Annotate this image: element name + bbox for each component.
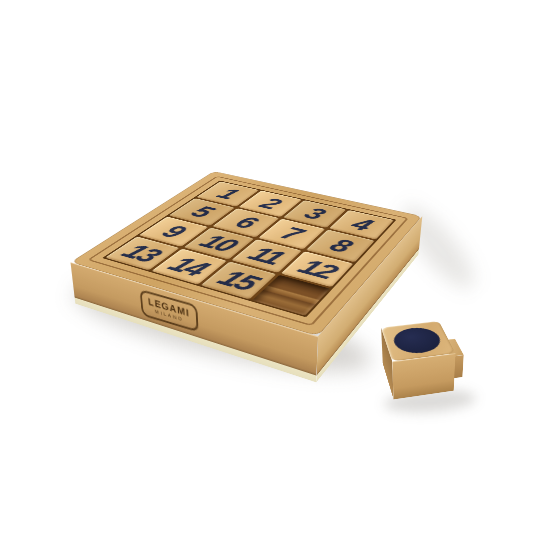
tile-number: 15	[213, 267, 265, 294]
tile-number: 10	[195, 232, 243, 255]
product-photo-stage: 123456789101112131415 LEGAMI MILANO	[0, 0, 533, 533]
tile-number: 7	[276, 224, 307, 242]
tile-number: 11	[244, 244, 290, 268]
puzzle-tile-11[interactable]: 11	[231, 239, 303, 273]
tile-number: 13	[117, 241, 168, 265]
puzzle-tile-12[interactable]: 12	[281, 251, 354, 287]
puzzle-tile-13[interactable]: 13	[105, 237, 179, 271]
tile-number: 1	[213, 186, 243, 201]
tile-number: 4	[347, 216, 376, 234]
navy-circle-mark	[390, 326, 445, 356]
puzzle-tile-15[interactable]: 15	[200, 262, 276, 300]
loose-tile[interactable]	[381, 321, 455, 362]
tile-number: 14	[163, 253, 214, 278]
puzzle-tile-14[interactable]: 14	[151, 249, 226, 285]
tile-number: 6	[230, 213, 262, 230]
tile-number: 12	[293, 256, 342, 282]
tile-number: 5	[186, 203, 218, 220]
loose-tile-front-face	[392, 353, 455, 399]
puzzle-board: 123456789101112131415 LEGAMI MILANO	[70, 171, 422, 336]
tile-number: 9	[156, 222, 190, 240]
tile-number: 3	[300, 205, 329, 222]
tile-number: 8	[325, 236, 356, 256]
tile-number: 2	[255, 195, 285, 211]
empty-slot	[252, 275, 329, 315]
